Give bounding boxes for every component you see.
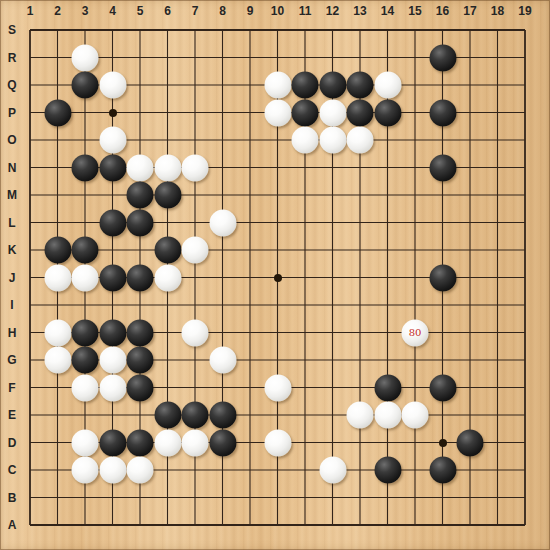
stone-black xyxy=(44,99,71,126)
star-point xyxy=(274,274,282,282)
stone-black xyxy=(72,154,99,181)
stone-black xyxy=(127,182,154,209)
row-label: E xyxy=(8,409,16,421)
column-label: 2 xyxy=(54,5,61,17)
column-label: 7 xyxy=(192,5,199,17)
stone-white xyxy=(264,429,291,456)
row-label: B xyxy=(8,492,17,504)
stone-black xyxy=(127,319,154,346)
stone-black xyxy=(292,72,319,99)
stone-black xyxy=(429,44,456,71)
stone-black xyxy=(99,429,126,456)
stone-black xyxy=(209,429,236,456)
column-label: 12 xyxy=(326,5,339,17)
stone-white xyxy=(72,44,99,71)
row-label: I xyxy=(10,299,13,311)
column-label: 9 xyxy=(247,5,254,17)
column-label: 15 xyxy=(408,5,421,17)
stone-black xyxy=(429,99,456,126)
row-label: R xyxy=(8,52,17,64)
stone-white xyxy=(182,319,209,346)
stone-white xyxy=(182,237,209,264)
stone-black xyxy=(182,402,209,429)
stone-black xyxy=(319,72,346,99)
stone-white xyxy=(347,402,374,429)
row-label: N xyxy=(8,162,17,174)
column-label: 14 xyxy=(381,5,394,17)
column-label: 11 xyxy=(299,5,312,17)
stone-white xyxy=(99,457,126,484)
column-label: 10 xyxy=(271,5,284,17)
stone-white xyxy=(99,72,126,99)
stone-black xyxy=(127,374,154,401)
stone-white xyxy=(99,374,126,401)
column-label: 3 xyxy=(82,5,89,17)
row-label: F xyxy=(8,382,15,394)
stone-black xyxy=(154,182,181,209)
column-label: 19 xyxy=(518,5,531,17)
stone-white xyxy=(44,347,71,374)
stone-white xyxy=(264,99,291,126)
stone-black xyxy=(292,99,319,126)
row-label: O xyxy=(7,134,16,146)
row-label: H xyxy=(8,327,17,339)
stone-white xyxy=(127,457,154,484)
column-label: 18 xyxy=(491,5,504,17)
stone-black xyxy=(44,237,71,264)
row-label: S xyxy=(8,24,16,36)
row-label: C xyxy=(8,464,17,476)
stone-white xyxy=(264,72,291,99)
star-point xyxy=(439,439,447,447)
stone-white xyxy=(402,402,429,429)
row-label: J xyxy=(9,272,16,284)
star-point xyxy=(109,109,117,117)
stone-black xyxy=(347,99,374,126)
column-label: 1 xyxy=(27,5,34,17)
stone-white xyxy=(374,402,401,429)
stone-black xyxy=(99,264,126,291)
stone-black xyxy=(127,429,154,456)
stone-black xyxy=(127,209,154,236)
stone-black xyxy=(374,457,401,484)
column-label: 6 xyxy=(164,5,171,17)
stone-black xyxy=(72,347,99,374)
stone-black xyxy=(72,72,99,99)
stone-white xyxy=(319,99,346,126)
column-label: 16 xyxy=(436,5,449,17)
stone-white xyxy=(72,457,99,484)
row-label: G xyxy=(7,354,16,366)
stone-white xyxy=(72,429,99,456)
stone-black xyxy=(347,72,374,99)
row-label: M xyxy=(7,189,17,201)
stone-white xyxy=(182,154,209,181)
stone-white xyxy=(319,127,346,154)
stone-white xyxy=(347,127,374,154)
stone-black xyxy=(99,319,126,346)
column-label: 17 xyxy=(463,5,476,17)
stone-white xyxy=(72,264,99,291)
stone-black xyxy=(429,374,456,401)
row-label: L xyxy=(8,217,15,229)
stone-black xyxy=(429,457,456,484)
stone-white xyxy=(44,264,71,291)
row-label: Q xyxy=(7,79,16,91)
stone-white xyxy=(374,72,401,99)
stone-black xyxy=(429,264,456,291)
stone-white xyxy=(209,347,236,374)
stone-black xyxy=(429,154,456,181)
stone-white xyxy=(319,457,346,484)
stone-black xyxy=(127,264,154,291)
go-board[interactable]: 12345678910111213141516171819 SRQPONMLKJ… xyxy=(0,0,550,550)
stone-black xyxy=(99,209,126,236)
stone-white xyxy=(209,209,236,236)
stone-white xyxy=(127,154,154,181)
column-label: 8 xyxy=(219,5,226,17)
stone-black xyxy=(154,237,181,264)
stone-white xyxy=(154,264,181,291)
row-label: A xyxy=(8,519,17,531)
stone-black xyxy=(209,402,236,429)
stone-white xyxy=(292,127,319,154)
stone-black xyxy=(374,374,401,401)
stone-white xyxy=(99,127,126,154)
column-label: 13 xyxy=(353,5,366,17)
column-label: 5 xyxy=(137,5,144,17)
stone-white-move-80: 80 xyxy=(402,319,429,346)
stone-black xyxy=(154,402,181,429)
stone-black xyxy=(374,99,401,126)
stone-white xyxy=(154,154,181,181)
stone-white xyxy=(99,347,126,374)
stone-white xyxy=(154,429,181,456)
stone-white xyxy=(72,374,99,401)
move-number-label: 80 xyxy=(409,328,422,338)
stone-black xyxy=(457,429,484,456)
row-label: D xyxy=(8,437,17,449)
stone-black xyxy=(72,237,99,264)
row-label: K xyxy=(8,244,17,256)
column-label: 4 xyxy=(109,5,116,17)
stone-white xyxy=(182,429,209,456)
stone-white xyxy=(264,374,291,401)
stone-black xyxy=(127,347,154,374)
row-label: P xyxy=(8,107,16,119)
stone-white xyxy=(44,319,71,346)
stone-black xyxy=(72,319,99,346)
stone-black xyxy=(99,154,126,181)
